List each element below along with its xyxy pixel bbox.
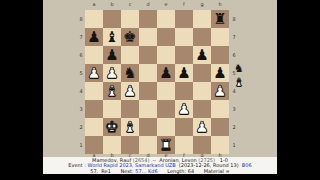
square-c4: ♟ xyxy=(121,82,139,100)
square-e3 xyxy=(157,100,175,118)
square-d2 xyxy=(139,118,157,136)
square-g2: ♟ xyxy=(193,118,211,136)
rank-labels-left-2: 2 xyxy=(78,118,84,136)
white-pawn-f3: ♟ xyxy=(175,100,193,118)
square-e7 xyxy=(157,28,175,46)
white-bishop-b4: ♝ xyxy=(103,82,121,100)
square-e4 xyxy=(157,82,175,100)
white-pawn-a5: ♟ xyxy=(85,64,103,82)
square-b3 xyxy=(103,100,121,118)
file-labels-top-b: b xyxy=(103,1,121,7)
white-pawn-b5: ♟ xyxy=(103,64,121,82)
white-bishop-material-icon: ♝ xyxy=(233,76,246,89)
rank-labels-left: 87654321 xyxy=(78,10,84,154)
square-g7 xyxy=(193,28,211,46)
square-a2 xyxy=(85,118,103,136)
square-a7: ♟ xyxy=(85,28,103,46)
square-c8 xyxy=(121,10,139,28)
rank-labels-left-3: 3 xyxy=(78,100,84,118)
black-pawn-h5: ♟ xyxy=(211,64,229,82)
square-g4 xyxy=(193,82,211,100)
black-pawn-g6: ♟ xyxy=(193,46,211,64)
square-a8 xyxy=(85,10,103,28)
square-c2: ♝ xyxy=(121,118,139,136)
square-g5 xyxy=(193,64,211,82)
square-b6: ♟ xyxy=(103,46,121,64)
rank-labels-right-3: 3 xyxy=(231,100,237,118)
rank-labels-right-2: 2 xyxy=(231,118,237,136)
square-a4 xyxy=(85,82,103,100)
file-labels-top-f: f xyxy=(175,1,193,7)
square-b4: ♝ xyxy=(103,82,121,100)
material-tray: ♞♝ xyxy=(232,62,246,89)
square-d8 xyxy=(139,10,157,28)
square-d6 xyxy=(139,46,157,64)
white-bishop-c2: ♝ xyxy=(121,118,139,136)
white-king-b2: ♚ xyxy=(103,118,121,136)
square-a3 xyxy=(85,100,103,118)
square-d7 xyxy=(139,28,157,46)
white-pawn-g2: ♟ xyxy=(193,118,211,136)
rank-labels-right-1: 1 xyxy=(231,136,237,154)
black-knight-c5: ♞ xyxy=(121,64,139,82)
rank-labels-right-8: 8 xyxy=(231,10,237,28)
square-c7: ♚ xyxy=(121,28,139,46)
square-f2 xyxy=(175,118,193,136)
file-labels-top-d: d xyxy=(139,1,157,7)
square-h6 xyxy=(211,46,229,64)
white-pawn-h4: ♟ xyxy=(211,82,229,100)
square-f3: ♟ xyxy=(175,100,193,118)
square-b2: ♚ xyxy=(103,118,121,136)
square-h3 xyxy=(211,100,229,118)
rank-labels-left-4: 4 xyxy=(78,82,84,100)
square-h5: ♟ xyxy=(211,64,229,82)
square-c3 xyxy=(121,100,139,118)
white-pawn-c4: ♟ xyxy=(121,82,139,100)
square-e8 xyxy=(157,10,175,28)
square-a5: ♟ xyxy=(85,64,103,82)
square-b7: ♝ xyxy=(103,28,121,46)
file-labels-top-a: a xyxy=(85,1,103,7)
rank-labels-left-7: 7 xyxy=(78,28,84,46)
rank-labels-left-5: 5 xyxy=(78,64,84,82)
square-a6 xyxy=(85,46,103,64)
black-pawn-b6: ♟ xyxy=(103,46,121,64)
square-d4 xyxy=(139,82,157,100)
square-g8 xyxy=(193,10,211,28)
black-bishop-b7: ♝ xyxy=(103,28,121,46)
square-f7 xyxy=(175,28,193,46)
file-labels-top: abcdefgh xyxy=(85,1,229,7)
square-h7 xyxy=(211,28,229,46)
black-rook-h8: ♜ xyxy=(211,10,229,28)
file-labels-top-h: h xyxy=(211,1,229,7)
square-h8: ♜ xyxy=(211,10,229,28)
moves-line: 57. Re1 Next: 57... Kd6 Length: 64 Mater… xyxy=(43,169,277,174)
square-c6 xyxy=(121,46,139,64)
square-g3 xyxy=(193,100,211,118)
square-f4 xyxy=(175,82,193,100)
rank-labels-left-6: 6 xyxy=(78,46,84,64)
file-labels-top-e: e xyxy=(157,1,175,7)
square-f6 xyxy=(175,46,193,64)
black-pawn-a7: ♟ xyxy=(85,28,103,46)
game-info-footer: Mamedov, Rauf (2654) -- Aronian, Levon (… xyxy=(43,157,277,174)
square-b5: ♟ xyxy=(103,64,121,82)
square-h4: ♟ xyxy=(211,82,229,100)
square-b8 xyxy=(103,10,121,28)
square-f5: ♟ xyxy=(175,64,193,82)
square-d5 xyxy=(139,64,157,82)
square-h2 xyxy=(211,118,229,136)
file-labels-top-c: c xyxy=(121,1,139,7)
square-d3 xyxy=(139,100,157,118)
black-knight-material-icon: ♞ xyxy=(233,62,246,75)
rank-labels-left-8: 8 xyxy=(78,10,84,28)
video-frame: abcdefgh 87654321 ♜♟♝♚♟♟♟♟♞♟♟♟♝♟♟♟♚♝♟♜ 8… xyxy=(43,0,277,174)
square-e5: ♟ xyxy=(157,64,175,82)
square-e6 xyxy=(157,46,175,64)
black-pawn-e5: ♟ xyxy=(157,64,175,82)
chess-board: ♜♟♝♚♟♟♟♟♞♟♟♟♝♟♟♟♚♝♟♜ xyxy=(85,10,229,154)
square-g6: ♟ xyxy=(193,46,211,64)
rank-labels-right-7: 7 xyxy=(231,28,237,46)
square-e2 xyxy=(157,118,175,136)
black-king-c7: ♚ xyxy=(121,28,139,46)
file-labels-top-g: g xyxy=(193,1,211,7)
black-pawn-f5: ♟ xyxy=(175,64,193,82)
square-f8 xyxy=(175,10,193,28)
square-c5: ♞ xyxy=(121,64,139,82)
rank-labels-left-1: 1 xyxy=(78,136,84,154)
